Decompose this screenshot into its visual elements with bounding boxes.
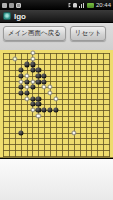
reset-button[interactable]: リセット xyxy=(70,26,107,41)
status-clock: 20:44 xyxy=(96,0,111,10)
notification-icon-1 xyxy=(2,3,7,8)
toolbar: メイン画面へ戻る リセット xyxy=(0,23,113,50)
bottom-empty-area xyxy=(0,159,113,200)
notification-icons xyxy=(2,3,21,8)
igo-app-icon xyxy=(3,12,11,20)
sd-card-icon xyxy=(16,3,21,8)
signal-bars-icon xyxy=(79,3,85,8)
status-bar: 20:44 xyxy=(0,0,113,10)
system-status-icons: 20:44 xyxy=(68,0,111,10)
battery-icon xyxy=(87,3,94,8)
vibrate-icon xyxy=(73,3,77,8)
notification-icon-2 xyxy=(9,3,14,8)
phone-screen: 20:44 Igo メイン画面へ戻る リセット xyxy=(0,0,113,200)
back-to-main-button[interactable]: メイン画面へ戻る xyxy=(3,26,66,41)
bluetooth-icon xyxy=(68,3,71,8)
go-board[interactable] xyxy=(0,50,113,158)
title-bar: Igo xyxy=(0,10,113,23)
app-title: Igo xyxy=(14,12,26,21)
